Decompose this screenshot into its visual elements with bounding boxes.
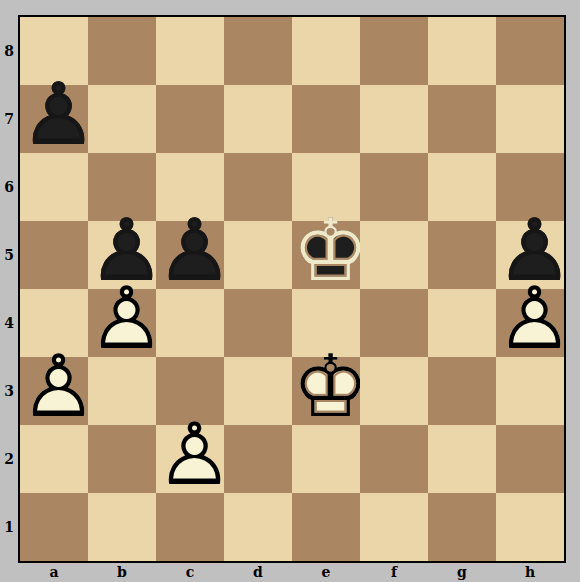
square-h8[interactable]: [496, 17, 564, 85]
piece-outline-glyph: ♔: [292, 352, 360, 420]
square-e5[interactable]: ♚♔: [292, 221, 360, 289]
black-king[interactable]: ♚♔: [292, 221, 360, 289]
piece-fill-glyph: ♟: [20, 80, 88, 148]
piece-outline-glyph: ♙: [156, 420, 224, 488]
piece-fill-glyph: ♟: [496, 284, 564, 352]
square-a8[interactable]: [20, 17, 88, 85]
square-f3[interactable]: [360, 357, 428, 425]
rank-label-1: 1: [0, 519, 18, 535]
white-pawn[interactable]: ♟♙: [496, 289, 564, 357]
square-g7[interactable]: [428, 85, 496, 153]
black-pawn[interactable]: ♟♙: [156, 221, 224, 289]
square-h5[interactable]: ♟♙: [496, 221, 564, 289]
black-pawn[interactable]: ♟♙: [496, 221, 564, 289]
square-c3[interactable]: [156, 357, 224, 425]
file-label-d: d: [224, 564, 292, 580]
square-d5[interactable]: [224, 221, 292, 289]
square-a4[interactable]: [20, 289, 88, 357]
square-c5[interactable]: ♟♙: [156, 221, 224, 289]
square-c6[interactable]: [156, 153, 224, 221]
square-g1[interactable]: [428, 493, 496, 561]
square-f6[interactable]: [360, 153, 428, 221]
piece-fill-glyph: ♚: [292, 352, 360, 420]
white-pawn[interactable]: ♟♙: [156, 425, 224, 493]
square-a2[interactable]: [20, 425, 88, 493]
square-h4[interactable]: ♟♙: [496, 289, 564, 357]
square-g5[interactable]: [428, 221, 496, 289]
piece-fill-glyph: ♟: [156, 216, 224, 284]
square-a3[interactable]: ♟♙: [20, 357, 88, 425]
piece-fill-glyph: ♟: [88, 216, 156, 284]
square-b4[interactable]: ♟♙: [88, 289, 156, 357]
square-h2[interactable]: [496, 425, 564, 493]
square-g6[interactable]: [428, 153, 496, 221]
square-c8[interactable]: [156, 17, 224, 85]
square-b5[interactable]: ♟♙: [88, 221, 156, 289]
rank-label-6: 6: [0, 179, 18, 195]
piece-outline-glyph: ♔: [292, 216, 360, 284]
square-f4[interactable]: [360, 289, 428, 357]
square-h6[interactable]: [496, 153, 564, 221]
square-e8[interactable]: [292, 17, 360, 85]
board: ♟♙♟♙♟♙♚♔♟♙♟♙♟♙♟♙♚♔♟♙: [18, 15, 566, 563]
square-h3[interactable]: [496, 357, 564, 425]
square-c1[interactable]: [156, 493, 224, 561]
chess-diagram: ♟♙♟♙♟♙♚♔♟♙♟♙♟♙♟♙♚♔♟♙ 87654321 abcdefgh: [0, 0, 580, 582]
piece-outline-glyph: ♙: [156, 216, 224, 284]
square-e2[interactable]: [292, 425, 360, 493]
square-d2[interactable]: [224, 425, 292, 493]
piece-fill-glyph: ♟: [496, 216, 564, 284]
square-b6[interactable]: [88, 153, 156, 221]
rank-label-2: 2: [0, 451, 18, 467]
piece-outline-glyph: ♙: [88, 216, 156, 284]
piece-outline-glyph: ♙: [88, 284, 156, 352]
white-king[interactable]: ♚♔: [292, 357, 360, 425]
white-pawn[interactable]: ♟♙: [20, 357, 88, 425]
file-label-c: c: [156, 564, 224, 580]
square-g3[interactable]: [428, 357, 496, 425]
square-e7[interactable]: [292, 85, 360, 153]
square-e4[interactable]: [292, 289, 360, 357]
square-d7[interactable]: [224, 85, 292, 153]
piece-fill-glyph: ♟: [20, 352, 88, 420]
square-h7[interactable]: [496, 85, 564, 153]
rank-label-4: 4: [0, 315, 18, 331]
rank-label-7: 7: [0, 111, 18, 127]
square-b2[interactable]: [88, 425, 156, 493]
square-a7[interactable]: ♟♙: [20, 85, 88, 153]
piece-fill-glyph: ♚: [292, 216, 360, 284]
piece-outline-glyph: ♙: [20, 80, 88, 148]
file-label-g: g: [428, 564, 496, 580]
square-f1[interactable]: [360, 493, 428, 561]
rank-label-5: 5: [0, 247, 18, 263]
rank-label-8: 8: [0, 43, 18, 59]
square-b7[interactable]: [88, 85, 156, 153]
square-b1[interactable]: [88, 493, 156, 561]
square-d3[interactable]: [224, 357, 292, 425]
square-a1[interactable]: [20, 493, 88, 561]
square-g4[interactable]: [428, 289, 496, 357]
file-label-b: b: [88, 564, 156, 580]
file-label-h: h: [496, 564, 564, 580]
file-label-f: f: [360, 564, 428, 580]
square-d6[interactable]: [224, 153, 292, 221]
square-d1[interactable]: [224, 493, 292, 561]
square-c4[interactable]: [156, 289, 224, 357]
square-f8[interactable]: [360, 17, 428, 85]
square-f5[interactable]: [360, 221, 428, 289]
square-b8[interactable]: [88, 17, 156, 85]
square-g2[interactable]: [428, 425, 496, 493]
square-c2[interactable]: ♟♙: [156, 425, 224, 493]
square-f7[interactable]: [360, 85, 428, 153]
piece-outline-glyph: ♙: [496, 284, 564, 352]
piece-fill-glyph: ♟: [88, 284, 156, 352]
piece-fill-glyph: ♟: [156, 420, 224, 488]
square-e1[interactable]: [292, 493, 360, 561]
black-pawn[interactable]: ♟♙: [88, 221, 156, 289]
square-f2[interactable]: [360, 425, 428, 493]
square-b3[interactable]: [88, 357, 156, 425]
file-label-e: e: [292, 564, 360, 580]
square-d4[interactable]: [224, 289, 292, 357]
square-e3[interactable]: ♚♔: [292, 357, 360, 425]
square-a5[interactable]: [20, 221, 88, 289]
piece-outline-glyph: ♙: [20, 352, 88, 420]
square-e6[interactable]: [292, 153, 360, 221]
square-c7[interactable]: [156, 85, 224, 153]
square-g8[interactable]: [428, 17, 496, 85]
rank-label-3: 3: [0, 383, 18, 399]
square-a6[interactable]: [20, 153, 88, 221]
black-pawn[interactable]: ♟♙: [20, 85, 88, 153]
file-label-a: a: [20, 564, 88, 580]
white-pawn[interactable]: ♟♙: [88, 289, 156, 357]
piece-outline-glyph: ♙: [496, 216, 564, 284]
square-d8[interactable]: [224, 17, 292, 85]
square-h1[interactable]: [496, 493, 564, 561]
